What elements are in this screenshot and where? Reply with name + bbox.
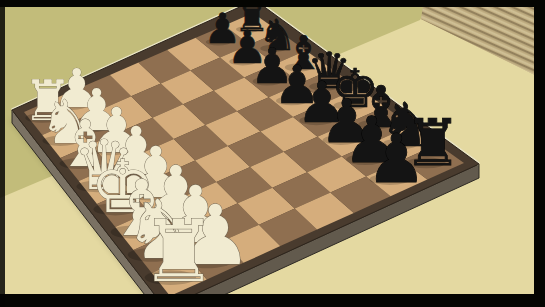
white-rook-h1: ♜ [141, 201, 218, 301]
letterbox-bottom [0, 294, 545, 307]
letterbox-left [0, 0, 5, 307]
letterbox-top [0, 0, 545, 7]
video-frame: ♜♟♞♟♝♟♛♟♟♚♜♟♝♟♟♞♞♟♟♜♝♟♟♛♟♚♟♝♟♞♟♜ [0, 0, 545, 307]
chess-scene: ♜♟♞♟♝♟♛♟♟♚♜♟♝♟♟♞♞♟♟♜♝♟♟♛♟♚♟♝♟♞♟♜ [0, 0, 545, 307]
black-pawn-h7: ♟ [366, 120, 426, 198]
letterbox-right [534, 0, 545, 307]
